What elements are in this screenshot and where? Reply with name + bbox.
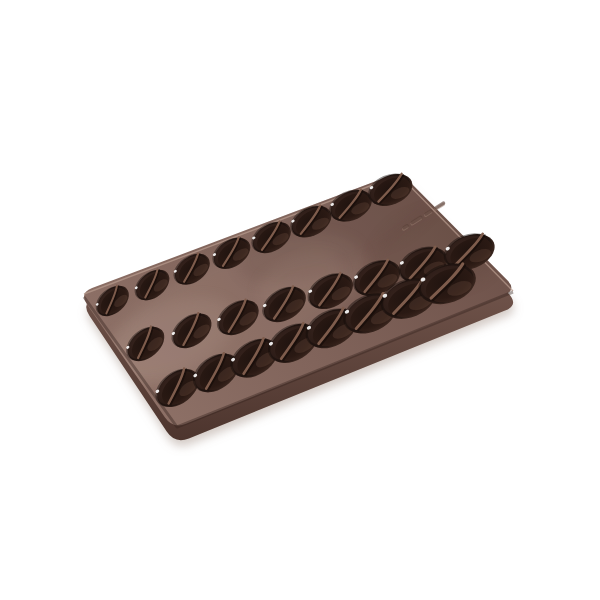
- chocolate-mold-photo: [0, 0, 600, 600]
- product-photo-canvas: [0, 0, 600, 600]
